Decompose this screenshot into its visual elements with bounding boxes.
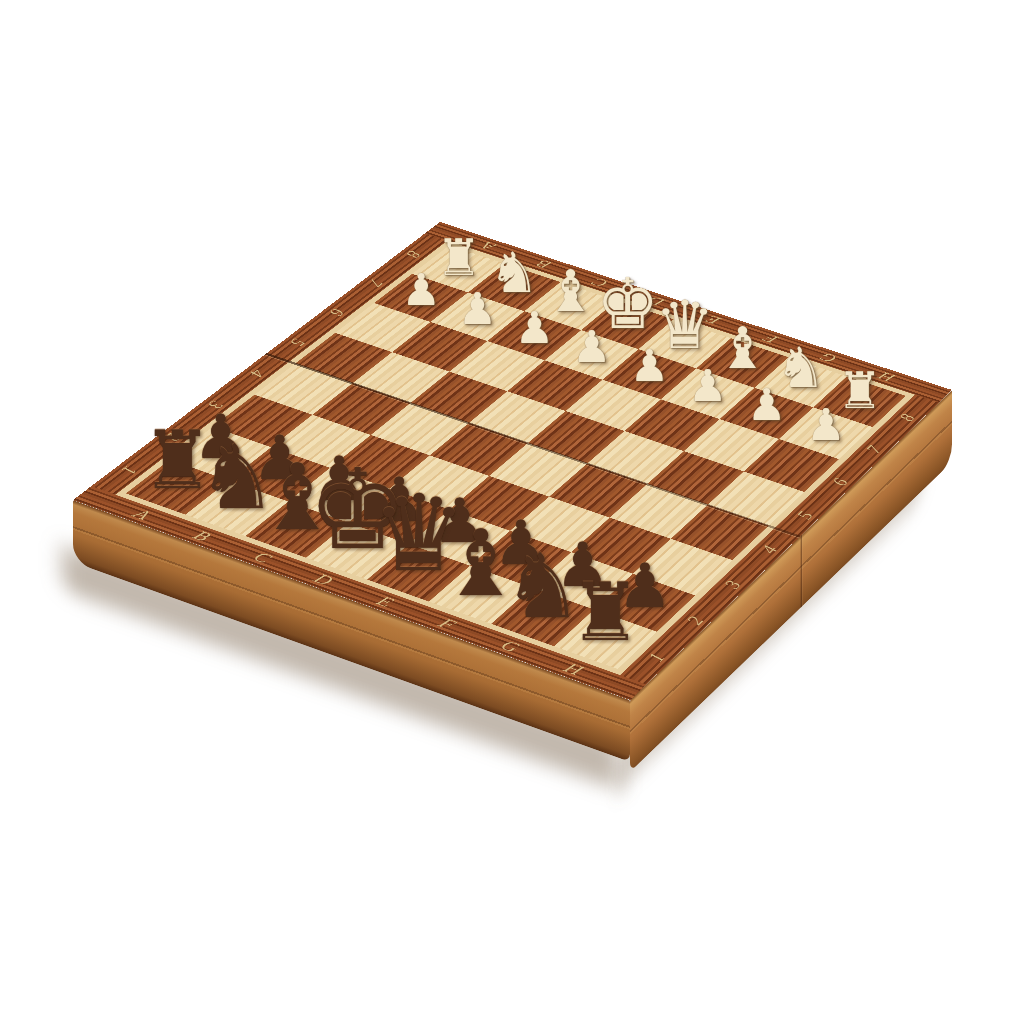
fold-seam-side [801,535,802,608]
product-photo-scene: AABBCCDDEEFFGGHH1122334455667788 ♜♞♝♚♛♝♞… [0,0,1024,1024]
